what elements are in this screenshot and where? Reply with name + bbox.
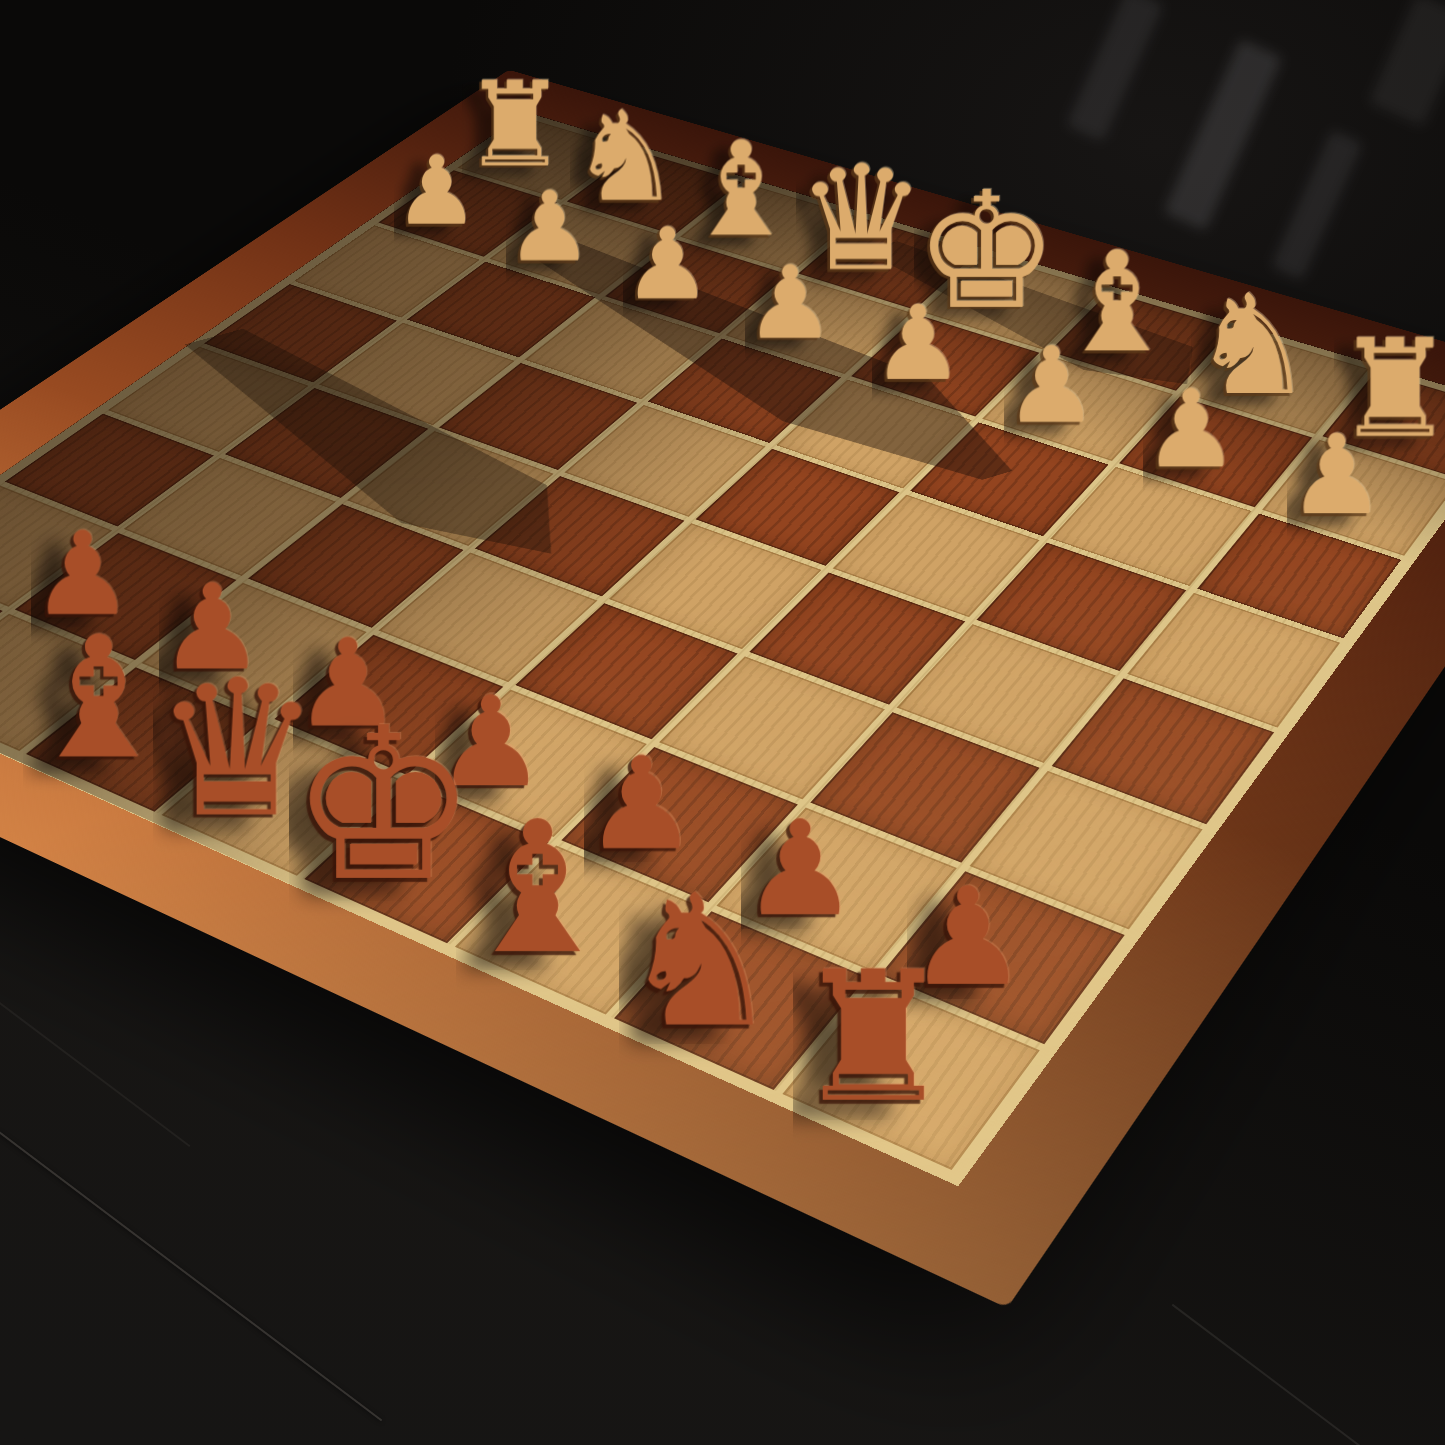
piece-oak-pawn-a7[interactable]: ♟ <box>394 148 479 235</box>
piece-red-bishop-f1[interactable]: ♝ <box>456 804 619 972</box>
square-c4[interactable] <box>347 431 554 546</box>
piece-red-knight-g1[interactable]: ♞ <box>619 877 783 1045</box>
window-reflection-streak <box>1163 39 1282 231</box>
piece-oak-pawn-b7[interactable]: ♟ <box>506 182 593 271</box>
board-grid: ♜♞♝♛♚♝♞♜♟♟♟♟♟♟♟♟♟♟♟♟♟♟♟♟♜♞♝♛♚♝♞♜ <box>0 112 1445 1186</box>
window-reflection-streak <box>1368 0 1445 127</box>
board-frame: ♜♞♝♛♚♝♞♜♟♟♟♟♟♟♟♟♟♟♟♟♟♟♟♟♜♞♝♛♚♝♞♜ <box>0 70 1445 1308</box>
chess-board: ♜♞♝♛♚♝♞♜♟♟♟♟♟♟♟♟♟♟♟♟♟♟♟♟♜♞♝♛♚♝♞♜ <box>0 70 1445 1308</box>
piece-red-rook-h1[interactable]: ♜ <box>793 956 954 1122</box>
table-plank-seam <box>0 1131 382 1421</box>
piece-oak-pawn-d7[interactable]: ♟ <box>745 257 836 350</box>
table-plank-seam <box>0 965 190 1147</box>
piece-red-bishop-c1[interactable]: ♝ <box>23 620 174 775</box>
piece-oak-pawn-c7[interactable]: ♟ <box>623 219 712 310</box>
piece-oak-pawn-h7[interactable]: ♟ <box>1287 425 1386 527</box>
window-reflection-streak <box>1271 130 1363 281</box>
table-plank-seam <box>1172 1304 1445 1445</box>
piece-red-king-e1[interactable]: ♚ <box>289 709 478 903</box>
scene-caption: Overhead angled photograph of a handcraf… <box>0 0 1 1</box>
piece-oak-pawn-e7[interactable]: ♟ <box>872 296 965 391</box>
photo-backdrop: ♜♞♝♛♚♝♞♜♟♟♟♟♟♟♟♟♟♟♟♟♟♟♟♟♜♞♝♛♚♝♞♜ Overhea… <box>0 0 1445 1445</box>
window-reflection-streak <box>1066 0 1164 142</box>
piece-oak-pawn-f7[interactable]: ♟ <box>1004 337 1099 434</box>
piece-oak-pawn-g7[interactable]: ♟ <box>1143 380 1240 479</box>
